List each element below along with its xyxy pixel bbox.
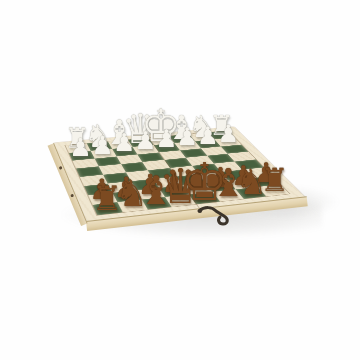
piece-wB: ♝ bbox=[95, 116, 143, 150]
piece-bP: ♟ bbox=[197, 164, 245, 191]
piece-bR: ♜ bbox=[251, 165, 299, 197]
piece-bP: ♟ bbox=[78, 176, 126, 204]
piece-wR: ♜ bbox=[53, 125, 101, 153]
piece-wB: ♝ bbox=[158, 111, 206, 144]
piece-wK: ♚ bbox=[137, 104, 185, 148]
piece-wP: ♟ bbox=[142, 127, 190, 152]
piece-bP: ♟ bbox=[174, 166, 222, 194]
piece-wP: ♟ bbox=[184, 124, 232, 148]
pieces-layer: ♜♞♝♛♚♝♞♜♟♟♟♟♟♟♟♟♟♟♟♟♟♟♟♟♜♞♝♛♚♝♞♜ bbox=[0, 0, 360, 360]
piece-wP: ♟ bbox=[204, 122, 252, 146]
piece-wP: ♟ bbox=[121, 129, 169, 154]
piece-wN: ♞ bbox=[74, 121, 122, 152]
piece-bB: ♝ bbox=[132, 171, 180, 211]
piece-bB: ♝ bbox=[204, 164, 252, 203]
piece-wR: ♜ bbox=[198, 112, 246, 139]
piece-bP: ♟ bbox=[102, 174, 150, 202]
piece-wP: ♟ bbox=[57, 135, 105, 160]
piece-wP: ♟ bbox=[78, 133, 126, 158]
piece-wP: ♟ bbox=[100, 131, 148, 156]
piece-wP: ♟ bbox=[163, 125, 211, 149]
piece-bP: ♟ bbox=[220, 162, 268, 189]
clasp-latch-icon bbox=[196, 203, 236, 231]
piece-bP: ♟ bbox=[150, 169, 198, 197]
piece-bP: ♟ bbox=[126, 171, 174, 199]
piece-bN: ♞ bbox=[228, 164, 276, 199]
piece-bK: ♚ bbox=[181, 156, 229, 208]
piece-wQ: ♛ bbox=[116, 109, 164, 150]
piece-wN: ♞ bbox=[178, 112, 226, 142]
piece-bN: ♞ bbox=[108, 176, 156, 213]
piece-bR: ♜ bbox=[83, 182, 131, 215]
product-photo-canvas: ♜♞♝♛♚♝♞♜♟♟♟♟♟♟♟♟♟♟♟♟♟♟♟♟♜♞♝♛♚♝♞♜ bbox=[0, 0, 360, 360]
piece-bP: ♟ bbox=[242, 159, 290, 186]
